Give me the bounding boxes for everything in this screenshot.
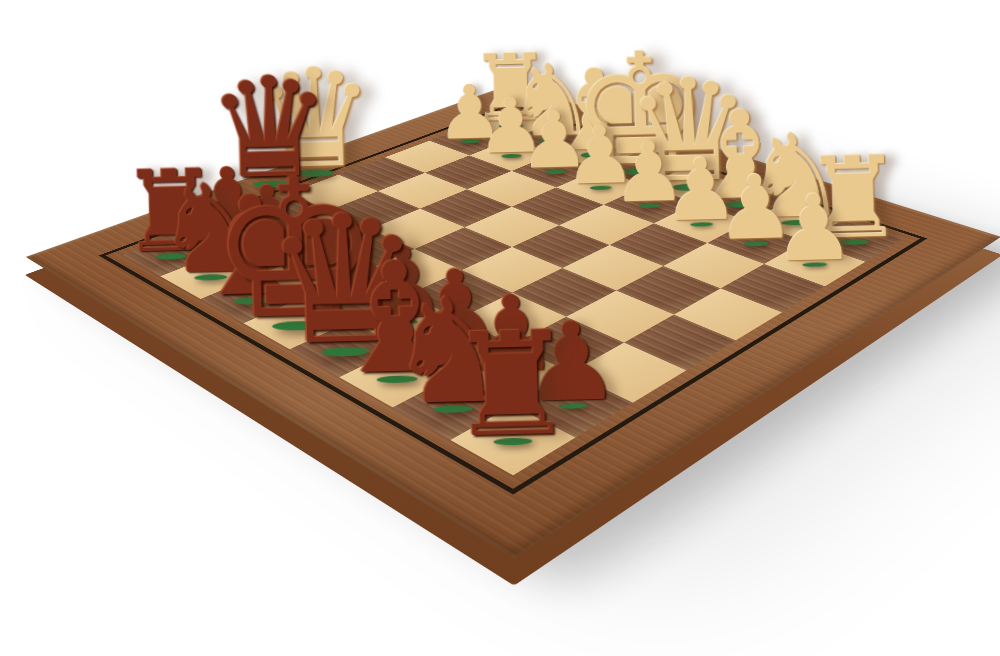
- square-c5[interactable]: [512, 268, 616, 317]
- square-d5[interactable]: [462, 247, 563, 293]
- square-g8[interactable]: [160, 253, 260, 299]
- chess-board: [26, 84, 1000, 558]
- board-frame: [26, 84, 1000, 558]
- perspective-wrapper: [0, 0, 1000, 656]
- square-b4[interactable]: [616, 266, 720, 315]
- square-b3[interactable]: [663, 243, 764, 288]
- square-e8[interactable]: [244, 297, 351, 349]
- square-c8[interactable]: [339, 347, 455, 407]
- square-d8[interactable]: [290, 321, 401, 377]
- stage: ♜♞♝♛♚♝♞♜♟♟♟♟♟♟♟♟♟♟♟♟♟♟♟♟♜♞♝♛♚♝♞♜♛♛: [0, 0, 1000, 656]
- square-a3[interactable]: [721, 264, 825, 312]
- square-b8[interactable]: [393, 375, 513, 440]
- square-b7[interactable]: [455, 345, 571, 405]
- square-e6[interactable]: [361, 249, 462, 295]
- square-c7[interactable]: [401, 319, 512, 375]
- square-d6[interactable]: [408, 270, 512, 319]
- square-a4[interactable]: [674, 288, 782, 340]
- square-f7[interactable]: [261, 251, 361, 297]
- square-c6[interactable]: [458, 293, 566, 345]
- squares-grid: [123, 110, 903, 475]
- square-c4[interactable]: [562, 245, 663, 291]
- square-b6[interactable]: [512, 317, 624, 373]
- square-a5[interactable]: [624, 315, 736, 371]
- square-a2[interactable]: [764, 241, 865, 286]
- square-a6[interactable]: [570, 343, 686, 403]
- square-e7[interactable]: [304, 272, 408, 321]
- square-a7[interactable]: [513, 373, 633, 438]
- square-b5[interactable]: [566, 291, 674, 343]
- square-f8[interactable]: [201, 274, 305, 323]
- square-a8[interactable]: [450, 405, 575, 475]
- square-d7[interactable]: [351, 295, 459, 347]
- product-photo-scene: ♜♞♝♛♚♝♞♜♟♟♟♟♟♟♟♟♟♟♟♟♟♟♟♟♜♞♝♛♚♝♞♜♛♛: [0, 0, 1000, 656]
